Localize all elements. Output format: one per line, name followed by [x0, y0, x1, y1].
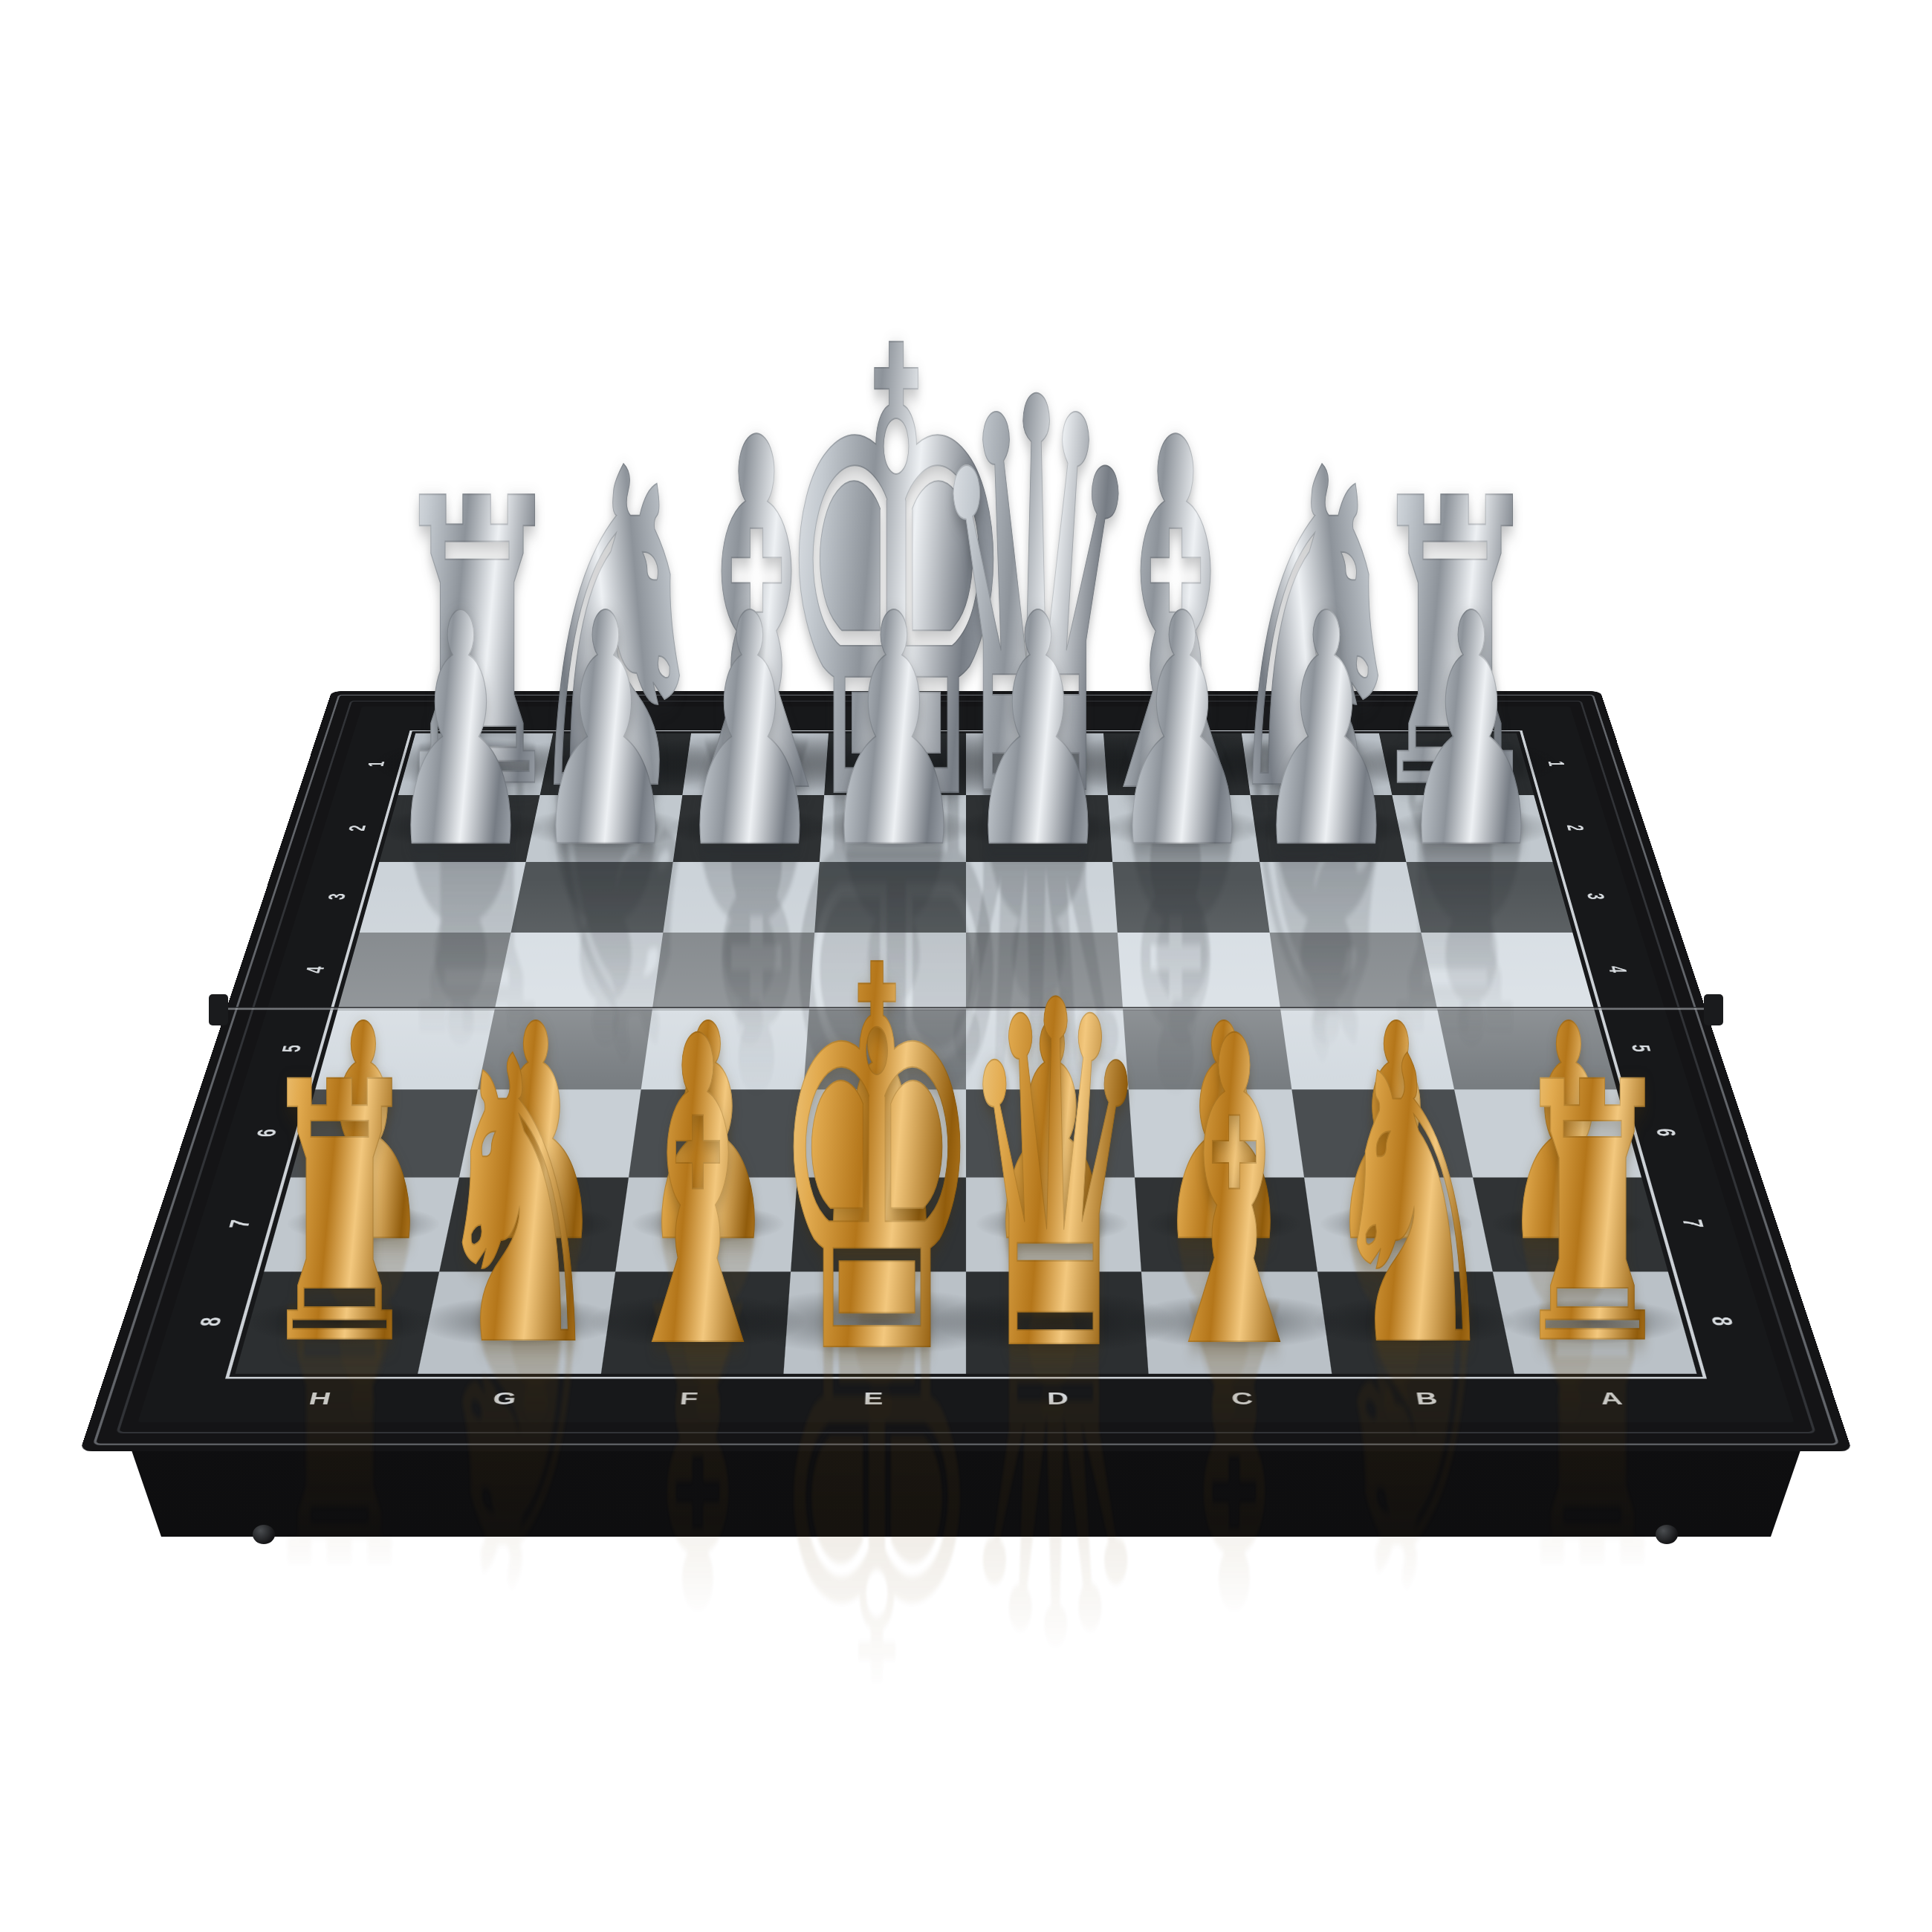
rank-label-right-2: 2 [1561, 825, 1589, 831]
piece-silver-pawn-d2[interactable]: ♟ [964, 572, 1112, 892]
piece-silver-pawn-c2[interactable]: ♟ [1108, 572, 1257, 892]
piece-silver-pawn-f2[interactable]: ♟ [675, 572, 824, 892]
piece-gold-rook-h8[interactable]: ♜ [256, 1037, 423, 1393]
piece-gold-bishop-c8[interactable]: ♝ [1147, 983, 1322, 1407]
hinge-knuckle-left [209, 994, 228, 1025]
product-photo-scene: HGFEDCBA1122334455667788 ♜♜♞♞♝♝♚♚♛♛♝♝♞♞♜… [0, 0, 1932, 1932]
piece-gold-rook-a8[interactable]: ♜ [1509, 1037, 1676, 1393]
piece-silver-pawn-g2[interactable]: ♟ [531, 572, 679, 892]
piece-silver-pawn-b2[interactable]: ♟ [1252, 572, 1401, 892]
piece-gold-bishop-f8[interactable]: ♝ [610, 983, 785, 1407]
piece-silver-pawn-h2[interactable]: ♟ [386, 572, 535, 892]
rank-label-right-3: 3 [1581, 893, 1610, 900]
rank-label-left-8: 8 [192, 1317, 228, 1326]
hinge-knuckle-right [1704, 994, 1723, 1025]
rank-label-right-7: 7 [1676, 1219, 1710, 1228]
rank-label-right-8: 8 [1704, 1317, 1740, 1326]
piece-gold-knight-b8[interactable]: ♞ [1325, 1007, 1502, 1401]
piece-silver-pawn-e2[interactable]: ♟ [820, 572, 968, 892]
piece-gold-queen-d8[interactable]: ♛ [959, 941, 1151, 1417]
piece-gold-king-e8[interactable]: ♚ [770, 900, 982, 1427]
piece-gold-knight-g8[interactable]: ♞ [430, 1007, 607, 1401]
board-foot-right [1656, 1525, 1678, 1544]
rank-label-left-7: 7 [222, 1219, 256, 1228]
board-foot-left [253, 1525, 275, 1544]
piece-silver-pawn-a2[interactable]: ♟ [1396, 572, 1545, 892]
rank-label-left-3: 3 [322, 893, 351, 900]
rank-label-left-2: 2 [343, 825, 371, 831]
